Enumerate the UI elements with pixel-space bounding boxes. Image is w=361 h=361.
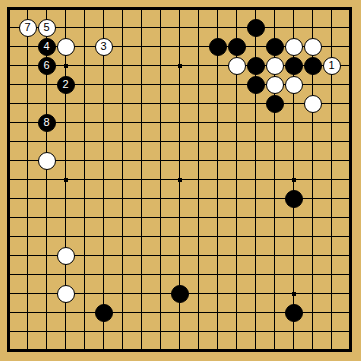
black-stone (247, 76, 265, 94)
black-stone: 6 (38, 57, 56, 75)
black-stone (171, 285, 189, 303)
stone-move-number: 7 (24, 22, 30, 33)
star-point (292, 178, 296, 182)
black-stone (247, 19, 265, 37)
black-stone (285, 57, 303, 75)
white-stone: 1 (323, 57, 341, 75)
grid-line-horizontal (7, 331, 352, 332)
black-stone (304, 57, 322, 75)
grid-line-horizontal (7, 236, 352, 237)
white-stone (266, 76, 284, 94)
white-stone: 7 (19, 19, 37, 37)
grid-line-vertical (217, 7, 218, 352)
white-stone (304, 95, 322, 113)
black-stone (285, 304, 303, 322)
grid-line-vertical (198, 7, 199, 352)
white-stone: 3 (95, 38, 113, 56)
stone-move-number: 4 (43, 41, 49, 52)
go-board: 75436281 (0, 0, 361, 361)
white-stone (285, 38, 303, 56)
white-stone (38, 152, 56, 170)
black-stone (266, 38, 284, 56)
black-stone (228, 38, 246, 56)
black-stone (285, 190, 303, 208)
black-stone: 4 (38, 38, 56, 56)
white-stone (57, 247, 75, 265)
star-point (178, 64, 182, 68)
star-point (292, 292, 296, 296)
white-stone: 5 (38, 19, 56, 37)
stone-move-number: 6 (43, 60, 49, 71)
grid-line-vertical (349, 7, 352, 352)
black-stone (95, 304, 113, 322)
black-stone: 8 (38, 114, 56, 132)
white-stone (304, 38, 322, 56)
white-stone (57, 285, 75, 303)
star-point (64, 178, 68, 182)
stone-move-number: 2 (62, 79, 68, 90)
white-stone (57, 38, 75, 56)
black-stone: 2 (57, 76, 75, 94)
stone-move-number: 8 (43, 117, 49, 128)
black-stone (247, 57, 265, 75)
black-stone (266, 95, 284, 113)
white-stone (285, 76, 303, 94)
stone-move-number: 1 (328, 60, 334, 71)
black-stone (209, 38, 227, 56)
grid-line-horizontal (7, 349, 352, 352)
grid-line-horizontal (7, 274, 352, 275)
stone-move-number: 3 (100, 41, 106, 52)
star-point (64, 64, 68, 68)
white-stone (228, 57, 246, 75)
white-stone (266, 57, 284, 75)
grid-line-horizontal (7, 217, 352, 218)
star-point (178, 178, 182, 182)
stone-move-number: 5 (43, 22, 49, 33)
